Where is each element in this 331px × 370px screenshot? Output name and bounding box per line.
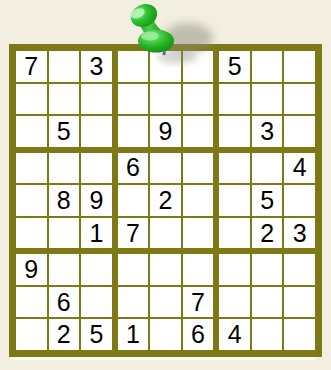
cell-r3c8[interactable]: 3 bbox=[252, 116, 283, 147]
cell-r8c6[interactable]: 7 bbox=[183, 287, 214, 318]
cell-r9c3[interactable]: 5 bbox=[81, 319, 112, 350]
cell-r1c3[interactable]: 3 bbox=[81, 51, 112, 82]
cell-r2c4[interactable] bbox=[118, 84, 149, 115]
cell-r5c8[interactable]: 5 bbox=[252, 185, 283, 216]
cell-r2c9[interactable] bbox=[284, 84, 315, 115]
cell-r7c8[interactable] bbox=[252, 254, 283, 285]
cell-r6c3[interactable]: 1 bbox=[81, 218, 112, 249]
cell-r7c3[interactable] bbox=[81, 254, 112, 285]
cell-r5c7[interactable] bbox=[219, 185, 250, 216]
box-6: 4523 bbox=[219, 153, 315, 249]
box-3: 53 bbox=[219, 51, 315, 147]
cell-r7c4[interactable] bbox=[118, 254, 149, 285]
cell-r7c2[interactable] bbox=[49, 254, 80, 285]
box-7: 9625 bbox=[16, 254, 112, 350]
cell-r5c9[interactable] bbox=[284, 185, 315, 216]
cell-r7c1[interactable]: 9 bbox=[16, 254, 47, 285]
cell-r6c1[interactable] bbox=[16, 218, 47, 249]
cell-r3c4[interactable] bbox=[118, 116, 149, 147]
cell-r6c2[interactable] bbox=[49, 218, 80, 249]
cell-r2c2[interactable] bbox=[49, 84, 80, 115]
cell-r4c1[interactable] bbox=[16, 153, 47, 184]
cell-r3c5[interactable]: 9 bbox=[150, 116, 181, 147]
cell-r1c5[interactable] bbox=[150, 51, 181, 82]
cell-r1c6[interactable] bbox=[183, 51, 214, 82]
pushpin-neck bbox=[136, 7, 163, 38]
cell-r4c5[interactable] bbox=[150, 153, 181, 184]
box-9: 4 bbox=[219, 254, 315, 350]
cell-r2c1[interactable] bbox=[16, 84, 47, 115]
cell-r2c8[interactable] bbox=[252, 84, 283, 115]
cell-r2c5[interactable] bbox=[150, 84, 181, 115]
cell-r6c4[interactable]: 7 bbox=[118, 218, 149, 249]
cell-r4c9[interactable]: 4 bbox=[284, 153, 315, 184]
cell-r1c1[interactable]: 7 bbox=[16, 51, 47, 82]
cell-r3c1[interactable] bbox=[16, 116, 47, 147]
cell-r4c7[interactable] bbox=[219, 153, 250, 184]
box-8: 716 bbox=[118, 254, 214, 350]
cell-r3c7[interactable] bbox=[219, 116, 250, 147]
cell-r9c4[interactable]: 1 bbox=[118, 319, 149, 350]
cell-r8c5[interactable] bbox=[150, 287, 181, 318]
cell-r9c5[interactable] bbox=[150, 319, 181, 350]
cell-r6c9[interactable]: 3 bbox=[284, 218, 315, 249]
cell-r3c9[interactable] bbox=[284, 116, 315, 147]
cell-r2c6[interactable] bbox=[183, 84, 214, 115]
cell-r7c6[interactable] bbox=[183, 254, 214, 285]
cell-r7c9[interactable] bbox=[284, 254, 315, 285]
box-5: 627 bbox=[118, 153, 214, 249]
cell-r2c7[interactable] bbox=[219, 84, 250, 115]
cell-r1c8[interactable] bbox=[252, 51, 283, 82]
cell-r3c2[interactable]: 5 bbox=[49, 116, 80, 147]
cell-r3c3[interactable] bbox=[81, 116, 112, 147]
cell-r8c2[interactable]: 6 bbox=[49, 287, 80, 318]
cell-r5c1[interactable] bbox=[16, 185, 47, 216]
cell-r8c4[interactable] bbox=[118, 287, 149, 318]
cell-r9c8[interactable] bbox=[252, 319, 283, 350]
cell-r5c2[interactable]: 8 bbox=[49, 185, 80, 216]
cell-r6c5[interactable] bbox=[150, 218, 181, 249]
sudoku-board: 735953891627452396257164 bbox=[9, 44, 322, 357]
cell-r5c3[interactable]: 9 bbox=[81, 185, 112, 216]
box-2: 9 bbox=[118, 51, 214, 147]
cell-r8c3[interactable] bbox=[81, 287, 112, 318]
cell-r8c8[interactable] bbox=[252, 287, 283, 318]
cell-r9c9[interactable] bbox=[284, 319, 315, 350]
cell-r1c9[interactable] bbox=[284, 51, 315, 82]
box-1: 735 bbox=[16, 51, 112, 147]
cell-r9c7[interactable]: 4 bbox=[219, 319, 250, 350]
box-4: 891 bbox=[16, 153, 112, 249]
cell-r9c1[interactable] bbox=[16, 319, 47, 350]
cell-r5c4[interactable] bbox=[118, 185, 149, 216]
cell-r1c4[interactable] bbox=[118, 51, 149, 82]
cell-r6c7[interactable] bbox=[219, 218, 250, 249]
cell-r8c7[interactable] bbox=[219, 287, 250, 318]
pushpin-head bbox=[127, 2, 161, 31]
cell-r2c3[interactable] bbox=[81, 84, 112, 115]
cell-r4c3[interactable] bbox=[81, 153, 112, 184]
cell-r6c6[interactable] bbox=[183, 218, 214, 249]
cell-r4c4[interactable]: 6 bbox=[118, 153, 149, 184]
pushpin-base-highlight bbox=[141, 32, 159, 41]
cell-r5c5[interactable]: 2 bbox=[150, 185, 181, 216]
pushpin-head-highlight bbox=[129, 6, 146, 20]
cell-r1c7[interactable]: 5 bbox=[219, 51, 250, 82]
cell-r7c5[interactable] bbox=[150, 254, 181, 285]
cell-r9c2[interactable]: 2 bbox=[49, 319, 80, 350]
cell-r4c6[interactable] bbox=[183, 153, 214, 184]
cell-r9c6[interactable]: 6 bbox=[183, 319, 214, 350]
cell-r3c6[interactable] bbox=[183, 116, 214, 147]
cell-r8c1[interactable] bbox=[16, 287, 47, 318]
cell-r4c2[interactable] bbox=[49, 153, 80, 184]
cell-r6c8[interactable]: 2 bbox=[252, 218, 283, 249]
cell-r5c6[interactable] bbox=[183, 185, 214, 216]
paper-edge-highlight bbox=[10, 357, 316, 360]
cell-r1c2[interactable] bbox=[49, 51, 80, 82]
cell-r8c9[interactable] bbox=[284, 287, 315, 318]
cell-r4c8[interactable] bbox=[252, 153, 283, 184]
cell-r7c7[interactable] bbox=[219, 254, 250, 285]
